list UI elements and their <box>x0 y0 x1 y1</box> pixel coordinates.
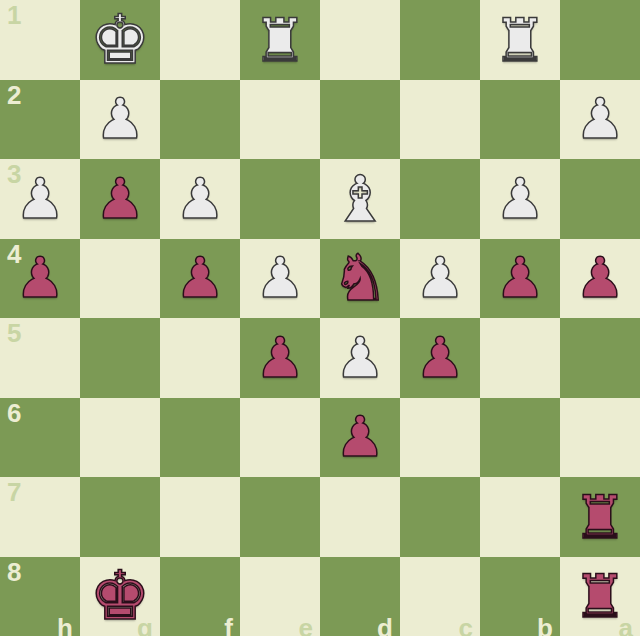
square-b2[interactable] <box>480 80 560 160</box>
square-h2[interactable]: 2 <box>0 80 80 160</box>
piece-white-pawn-d5[interactable]: ♟ <box>335 330 385 386</box>
file-label-f: f <box>224 614 233 636</box>
piece-white-pawn-b3[interactable]: ♟ <box>495 171 545 227</box>
square-g6[interactable] <box>80 398 160 478</box>
square-e5[interactable]: ♟ <box>240 318 320 398</box>
square-d7[interactable] <box>320 477 400 557</box>
rank-label-1: 1 <box>7 1 21 30</box>
file-label-a: a <box>619 614 633 636</box>
rank-label-2: 2 <box>7 81 21 110</box>
square-f2[interactable] <box>160 80 240 160</box>
file-label-h: h <box>57 614 73 636</box>
square-d5[interactable]: ♟ <box>320 318 400 398</box>
file-label-b: b <box>537 614 553 636</box>
square-d6[interactable]: ♟ <box>320 398 400 478</box>
chess-board: 1♚♜♜2♟♟3♟♟♟♝♟4♟♟♟♞♟♟♟5♟♟♟6♟7♜8hg♚fedcba♜ <box>0 0 640 636</box>
piece-red-pawn-g3[interactable]: ♟ <box>95 171 145 227</box>
square-c2[interactable] <box>400 80 480 160</box>
rank-label-8: 8 <box>7 558 21 587</box>
square-b5[interactable] <box>480 318 560 398</box>
square-e7[interactable] <box>240 477 320 557</box>
piece-white-rook-b1[interactable]: ♜ <box>493 10 547 70</box>
piece-white-pawn-c4[interactable]: ♟ <box>415 250 465 306</box>
square-b1[interactable]: ♜ <box>480 0 560 80</box>
square-c6[interactable] <box>400 398 480 478</box>
file-label-c: c <box>459 614 473 636</box>
square-a4[interactable]: ♟ <box>560 239 640 319</box>
square-g7[interactable] <box>80 477 160 557</box>
square-c3[interactable] <box>400 159 480 239</box>
square-f3[interactable]: ♟ <box>160 159 240 239</box>
square-f7[interactable] <box>160 477 240 557</box>
rank-label-7: 7 <box>7 478 21 507</box>
square-f8[interactable]: f <box>160 557 240 636</box>
piece-red-knight-d4[interactable]: ♞ <box>331 246 388 310</box>
square-e6[interactable] <box>240 398 320 478</box>
piece-white-pawn-f3[interactable]: ♟ <box>175 171 225 227</box>
piece-red-pawn-c5[interactable]: ♟ <box>415 330 465 386</box>
square-e3[interactable] <box>240 159 320 239</box>
piece-white-bishop-d3[interactable]: ♝ <box>331 167 388 231</box>
square-g3[interactable]: ♟ <box>80 159 160 239</box>
square-h4[interactable]: 4♟ <box>0 239 80 319</box>
square-h6[interactable]: 6 <box>0 398 80 478</box>
piece-red-rook-a7[interactable]: ♜ <box>573 487 627 547</box>
square-d1[interactable] <box>320 0 400 80</box>
square-h8[interactable]: 8h <box>0 557 80 636</box>
piece-white-king-g1[interactable]: ♚ <box>90 6 151 74</box>
square-h7[interactable]: 7 <box>0 477 80 557</box>
square-d3[interactable]: ♝ <box>320 159 400 239</box>
square-b7[interactable] <box>480 477 560 557</box>
square-a5[interactable] <box>560 318 640 398</box>
rank-label-6: 6 <box>7 399 21 428</box>
rank-label-5: 5 <box>7 319 21 348</box>
square-e8[interactable]: e <box>240 557 320 636</box>
square-a1[interactable] <box>560 0 640 80</box>
square-c5[interactable]: ♟ <box>400 318 480 398</box>
square-h5[interactable]: 5 <box>0 318 80 398</box>
file-label-d: d <box>377 614 393 636</box>
square-g4[interactable] <box>80 239 160 319</box>
piece-white-pawn-g2[interactable]: ♟ <box>95 91 145 147</box>
square-d2[interactable] <box>320 80 400 160</box>
file-label-g: g <box>137 614 153 636</box>
rank-label-3: 3 <box>7 160 21 189</box>
piece-red-pawn-a4[interactable]: ♟ <box>575 250 625 306</box>
square-a8[interactable]: a♜ <box>560 557 640 636</box>
square-f1[interactable] <box>160 0 240 80</box>
square-c1[interactable] <box>400 0 480 80</box>
piece-white-pawn-a2[interactable]: ♟ <box>575 91 625 147</box>
square-c7[interactable] <box>400 477 480 557</box>
rank-label-4: 4 <box>7 240 21 269</box>
square-a2[interactable]: ♟ <box>560 80 640 160</box>
piece-red-pawn-e5[interactable]: ♟ <box>255 330 305 386</box>
square-g2[interactable]: ♟ <box>80 80 160 160</box>
square-h1[interactable]: 1 <box>0 0 80 80</box>
square-h3[interactable]: 3♟ <box>0 159 80 239</box>
square-g5[interactable] <box>80 318 160 398</box>
square-b8[interactable]: b <box>480 557 560 636</box>
square-a3[interactable] <box>560 159 640 239</box>
chess-board-container: 1♚♜♜2♟♟3♟♟♟♝♟4♟♟♟♞♟♟♟5♟♟♟6♟7♜8hg♚fedcba♜ <box>0 0 640 636</box>
square-g8[interactable]: g♚ <box>80 557 160 636</box>
piece-red-pawn-d6[interactable]: ♟ <box>335 409 385 465</box>
piece-white-pawn-h3[interactable]: ♟ <box>15 171 65 227</box>
square-f4[interactable]: ♟ <box>160 239 240 319</box>
piece-red-pawn-b4[interactable]: ♟ <box>495 250 545 306</box>
square-f6[interactable] <box>160 398 240 478</box>
square-a6[interactable] <box>560 398 640 478</box>
square-c4[interactable]: ♟ <box>400 239 480 319</box>
piece-red-pawn-h4[interactable]: ♟ <box>15 250 65 306</box>
piece-red-pawn-f4[interactable]: ♟ <box>175 250 225 306</box>
square-e4[interactable]: ♟ <box>240 239 320 319</box>
square-a7[interactable]: ♜ <box>560 477 640 557</box>
piece-white-pawn-e4[interactable]: ♟ <box>255 250 305 306</box>
square-f5[interactable] <box>160 318 240 398</box>
square-d8[interactable]: d <box>320 557 400 636</box>
piece-white-rook-e1[interactable]: ♜ <box>253 10 307 70</box>
square-g1[interactable]: ♚ <box>80 0 160 80</box>
square-c8[interactable]: c <box>400 557 480 636</box>
square-d4[interactable]: ♞ <box>320 239 400 319</box>
square-b6[interactable] <box>480 398 560 478</box>
square-e1[interactable]: ♜ <box>240 0 320 80</box>
square-e2[interactable] <box>240 80 320 160</box>
square-b4[interactable]: ♟ <box>480 239 560 319</box>
file-label-e: e <box>299 614 313 636</box>
square-b3[interactable]: ♟ <box>480 159 560 239</box>
